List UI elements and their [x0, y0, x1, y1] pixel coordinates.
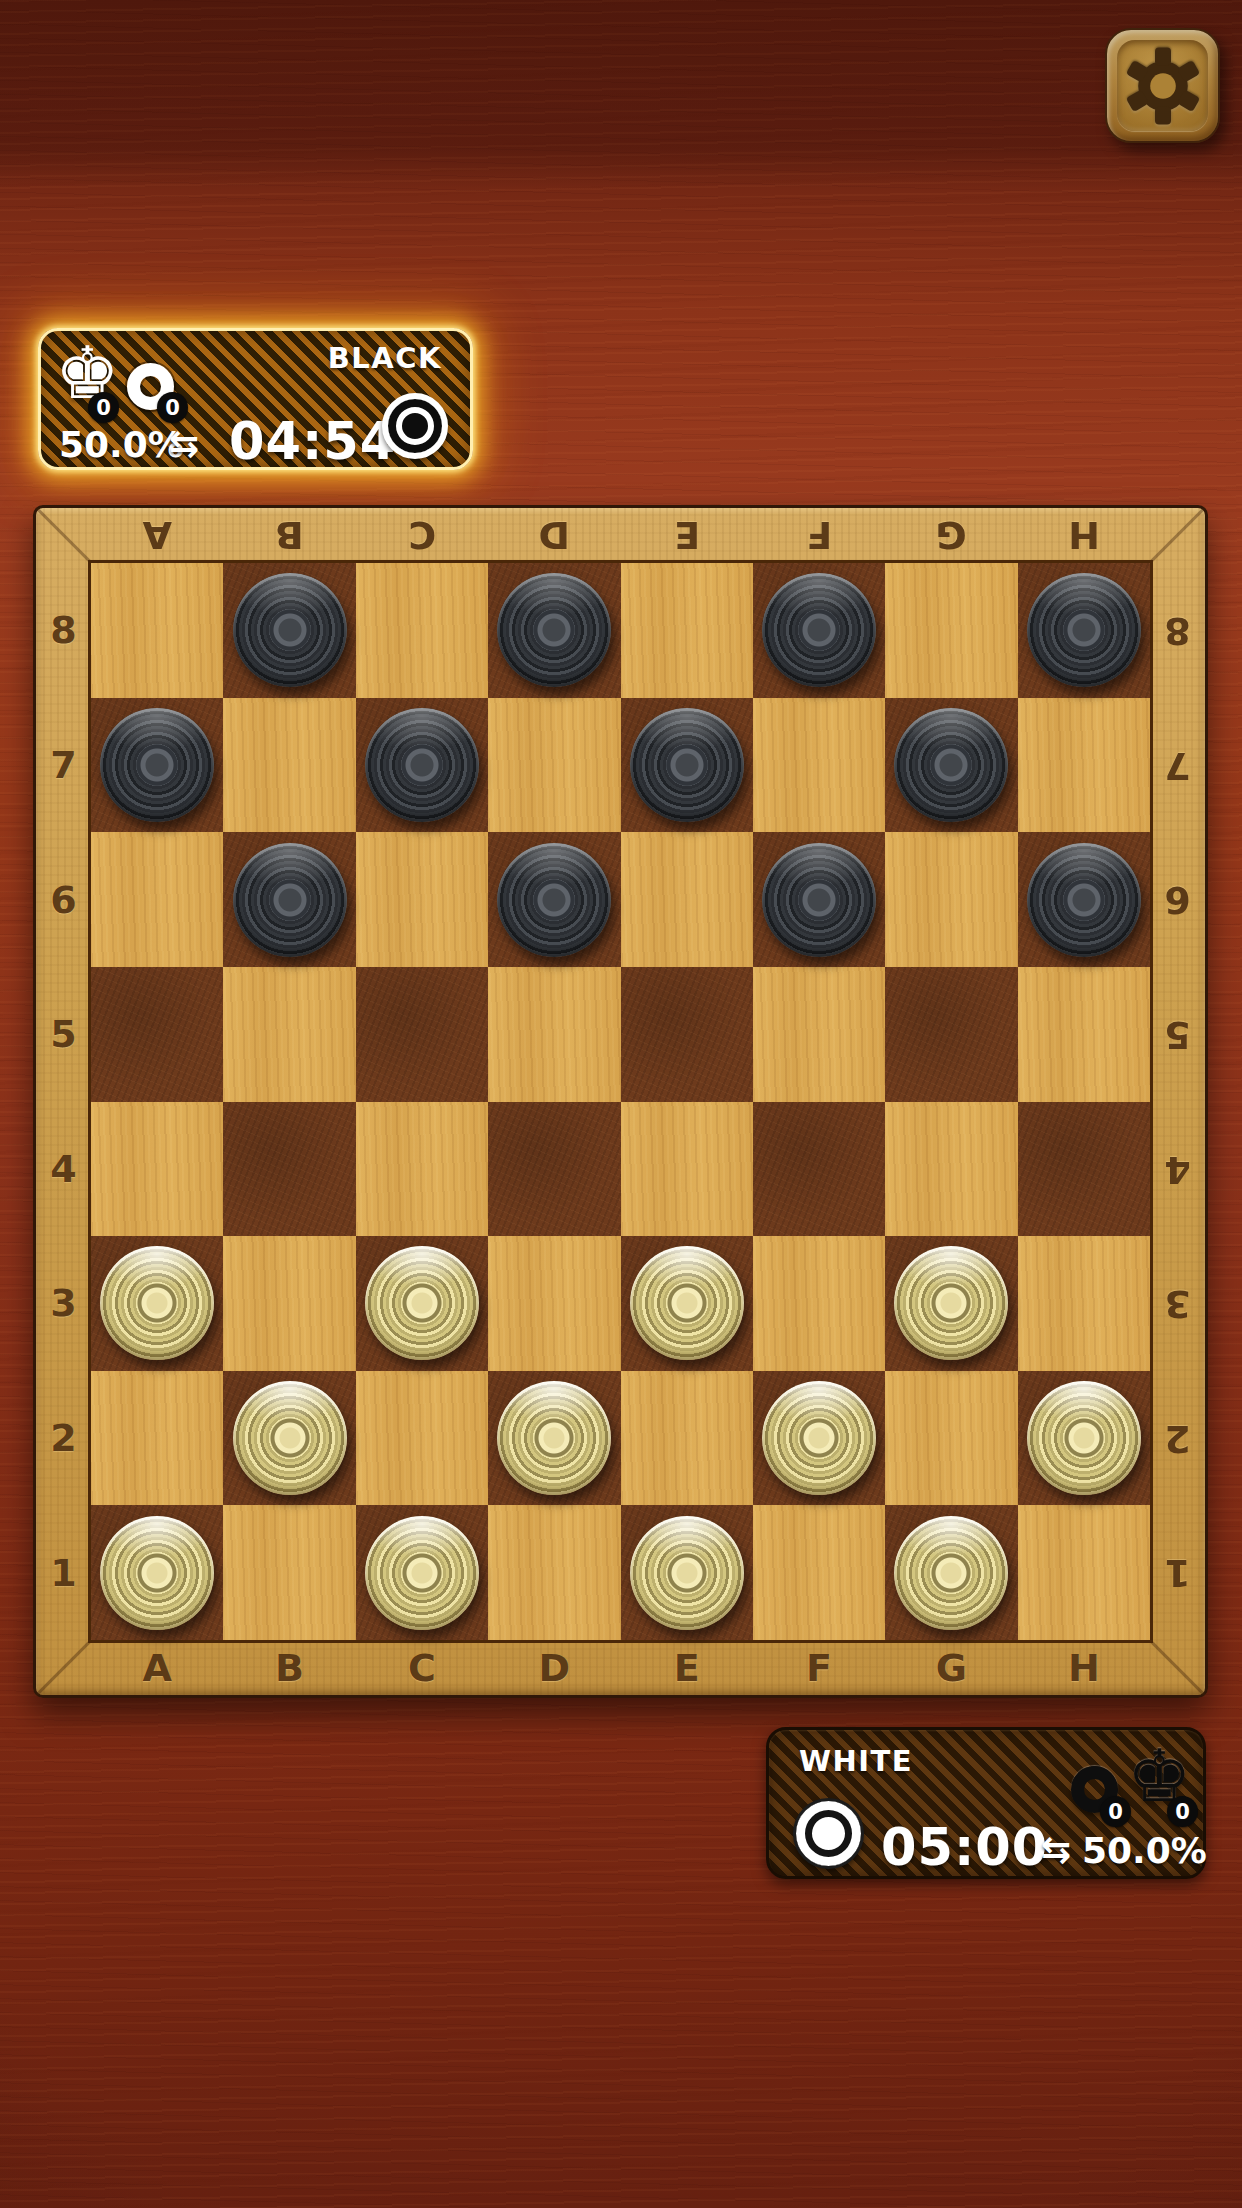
- square-b5[interactable]: [223, 967, 355, 1102]
- coord-h: H: [1018, 508, 1150, 563]
- white-player-label: WHITE: [799, 1744, 913, 1778]
- coord-5: 5: [36, 967, 91, 1102]
- square-h3[interactable]: [1018, 1236, 1150, 1371]
- coord-c: C: [356, 1640, 488, 1695]
- square-d7[interactable]: [488, 698, 620, 833]
- black-man-a7[interactable]: [100, 708, 214, 822]
- square-b6[interactable]: [223, 832, 355, 967]
- coord-4: 4: [1150, 1102, 1205, 1237]
- frame-miter: [1148, 1639, 1205, 1696]
- black-man-c7[interactable]: [365, 708, 479, 822]
- settings-button[interactable]: [1105, 28, 1220, 143]
- coord-3: 3: [1150, 1236, 1205, 1371]
- black-swap-arrows-icon: ⇆: [169, 426, 199, 462]
- square-a3[interactable]: [91, 1236, 223, 1371]
- black-man-f8[interactable]: [762, 573, 876, 687]
- coord-8: 8: [1150, 563, 1205, 698]
- square-h6[interactable]: [1018, 832, 1150, 967]
- square-e3[interactable]: [621, 1236, 753, 1371]
- coord-b: B: [223, 508, 355, 563]
- square-c7[interactable]: [356, 698, 488, 833]
- black-man-f6[interactable]: [762, 843, 876, 957]
- black-man-d6[interactable]: [497, 843, 611, 957]
- frame-miter: [35, 507, 92, 564]
- square-f2[interactable]: [753, 1371, 885, 1506]
- coord-6: 6: [1150, 832, 1205, 967]
- white-man-e1[interactable]: [630, 1516, 744, 1630]
- square-d6[interactable]: [488, 832, 620, 967]
- black-man-b8[interactable]: [233, 573, 347, 687]
- square-a5[interactable]: [91, 967, 223, 1102]
- white-clock: 05:00: [881, 1818, 1048, 1877]
- coord-5: 5: [1150, 967, 1205, 1102]
- bottom-letters: ABCDEFGH: [91, 1640, 1150, 1695]
- white-man-f2[interactable]: [762, 1381, 876, 1495]
- square-f4[interactable]: [753, 1102, 885, 1237]
- coord-7: 7: [1150, 698, 1205, 833]
- white-player-panel: WHITE 05:00 ⇆ 50.0% 0 ♚ 0: [766, 1727, 1206, 1879]
- frame-miter: [1148, 507, 1205, 564]
- coord-c: C: [356, 508, 488, 563]
- square-h4[interactable]: [1018, 1102, 1150, 1237]
- coord-e: E: [621, 1640, 753, 1695]
- square-h7[interactable]: [1018, 698, 1150, 833]
- square-c6[interactable]: [356, 832, 488, 967]
- square-a6[interactable]: [91, 832, 223, 967]
- square-c3[interactable]: [356, 1236, 488, 1371]
- square-g4[interactable]: [885, 1102, 1017, 1237]
- square-e7[interactable]: [621, 698, 753, 833]
- square-e5[interactable]: [621, 967, 753, 1102]
- square-g7[interactable]: [885, 698, 1017, 833]
- square-d1[interactable]: [488, 1505, 620, 1640]
- coord-g: G: [885, 508, 1017, 563]
- square-h5[interactable]: [1018, 967, 1150, 1102]
- white-man-h2[interactable]: [1027, 1381, 1141, 1495]
- coord-a: A: [91, 1640, 223, 1695]
- white-win-percentage: 50.0%: [1082, 1830, 1207, 1871]
- square-e8[interactable]: [621, 563, 753, 698]
- square-a8[interactable]: [91, 563, 223, 698]
- white-man-a1[interactable]: [100, 1516, 214, 1630]
- coord-6: 6: [36, 832, 91, 967]
- white-piece-indicator-icon: [793, 1798, 864, 1869]
- black-clock: 04:54: [229, 412, 396, 471]
- coord-d: D: [488, 1640, 620, 1695]
- square-d5[interactable]: [488, 967, 620, 1102]
- square-d8[interactable]: [488, 563, 620, 698]
- square-b3[interactable]: [223, 1236, 355, 1371]
- square-g8[interactable]: [885, 563, 1017, 698]
- checkers-app-screen: { "game": "checkers", "screen": { "width…: [0, 0, 1242, 2208]
- black-captured-men-count: 0: [157, 392, 188, 423]
- square-f8[interactable]: [753, 563, 885, 698]
- square-b7[interactable]: [223, 698, 355, 833]
- white-swap-arrows-icon: ⇆: [1041, 1832, 1071, 1868]
- coord-4: 4: [36, 1102, 91, 1237]
- square-a7[interactable]: [91, 698, 223, 833]
- square-e2[interactable]: [621, 1371, 753, 1506]
- left-numbers: 87654321: [36, 563, 91, 1640]
- square-f5[interactable]: [753, 967, 885, 1102]
- frame-miter: [35, 1639, 92, 1696]
- game-screen: BLACK ♚ 0 0 50.0% ⇆ 04:54 ABCDEFGH ABCDE…: [0, 0, 1242, 2208]
- square-b8[interactable]: [223, 563, 355, 698]
- square-a4[interactable]: [91, 1102, 223, 1237]
- black-piece-indicator-icon: [382, 393, 448, 459]
- black-player-panel: BLACK ♚ 0 0 50.0% ⇆ 04:54: [38, 328, 473, 470]
- square-g2[interactable]: [885, 1371, 1017, 1506]
- white-man-d2[interactable]: [497, 1381, 611, 1495]
- black-man-h6[interactable]: [1027, 843, 1141, 957]
- coord-f: F: [753, 1640, 885, 1695]
- square-h2[interactable]: [1018, 1371, 1150, 1506]
- coord-e: E: [621, 508, 753, 563]
- white-man-g3[interactable]: [894, 1246, 1008, 1360]
- black-man-e7[interactable]: [630, 708, 744, 822]
- coord-2: 2: [1150, 1371, 1205, 1506]
- square-d2[interactable]: [488, 1371, 620, 1506]
- coord-3: 3: [36, 1236, 91, 1371]
- square-c4[interactable]: [356, 1102, 488, 1237]
- square-b1[interactable]: [223, 1505, 355, 1640]
- white-man-b2[interactable]: [233, 1381, 347, 1495]
- square-g1[interactable]: [885, 1505, 1017, 1640]
- square-e1[interactable]: [621, 1505, 753, 1640]
- coord-1: 1: [36, 1505, 91, 1640]
- black-man-d8[interactable]: [497, 573, 611, 687]
- white-captured-kings-count: 0: [1167, 1796, 1198, 1827]
- square-f6[interactable]: [753, 832, 885, 967]
- black-captured-kings-count: 0: [88, 392, 119, 423]
- coord-8: 8: [36, 563, 91, 698]
- coord-a: A: [91, 508, 223, 563]
- square-c5[interactable]: [356, 967, 488, 1102]
- white-man-a3[interactable]: [100, 1246, 214, 1360]
- square-a1[interactable]: [91, 1505, 223, 1640]
- black-man-b6[interactable]: [233, 843, 347, 957]
- square-e4[interactable]: [621, 1102, 753, 1237]
- square-g6[interactable]: [885, 832, 1017, 967]
- top-letters: ABCDEFGH: [91, 508, 1150, 563]
- square-d4[interactable]: [488, 1102, 620, 1237]
- black-win-percentage: 50.0%: [59, 424, 184, 465]
- white-man-e3[interactable]: [630, 1246, 744, 1360]
- square-g3[interactable]: [885, 1236, 1017, 1371]
- gear-icon: [1123, 46, 1203, 126]
- black-player-label: BLACK: [328, 341, 442, 375]
- square-h1[interactable]: [1018, 1505, 1150, 1640]
- black-man-g7[interactable]: [894, 708, 1008, 822]
- square-c2[interactable]: [356, 1371, 488, 1506]
- square-c8[interactable]: [356, 563, 488, 698]
- square-f3[interactable]: [753, 1236, 885, 1371]
- square-c1[interactable]: [356, 1505, 488, 1640]
- white-man-g1[interactable]: [894, 1516, 1008, 1630]
- black-man-h8[interactable]: [1027, 573, 1141, 687]
- coord-f: F: [753, 508, 885, 563]
- square-e6[interactable]: [621, 832, 753, 967]
- square-d3[interactable]: [488, 1236, 620, 1371]
- coord-d: D: [488, 508, 620, 563]
- checkers-board: ABCDEFGH ABCDEFGH 87654321 87654321: [33, 505, 1208, 1698]
- coord-1: 1: [1150, 1505, 1205, 1640]
- coord-2: 2: [36, 1371, 91, 1506]
- square-a2[interactable]: [91, 1371, 223, 1506]
- square-b2[interactable]: [223, 1371, 355, 1506]
- settings-button-face: [1117, 40, 1208, 131]
- square-h8[interactable]: [1018, 563, 1150, 698]
- white-man-c1[interactable]: [365, 1516, 479, 1630]
- square-f1[interactable]: [753, 1505, 885, 1640]
- white-man-c3[interactable]: [365, 1246, 479, 1360]
- square-b4[interactable]: [223, 1102, 355, 1237]
- square-g5[interactable]: [885, 967, 1017, 1102]
- coord-g: G: [885, 1640, 1017, 1695]
- right-numbers: 87654321: [1150, 563, 1205, 1640]
- coord-h: H: [1018, 1640, 1150, 1695]
- coord-7: 7: [36, 698, 91, 833]
- square-f7[interactable]: [753, 698, 885, 833]
- board-grid: [91, 563, 1150, 1640]
- coord-b: B: [223, 1640, 355, 1695]
